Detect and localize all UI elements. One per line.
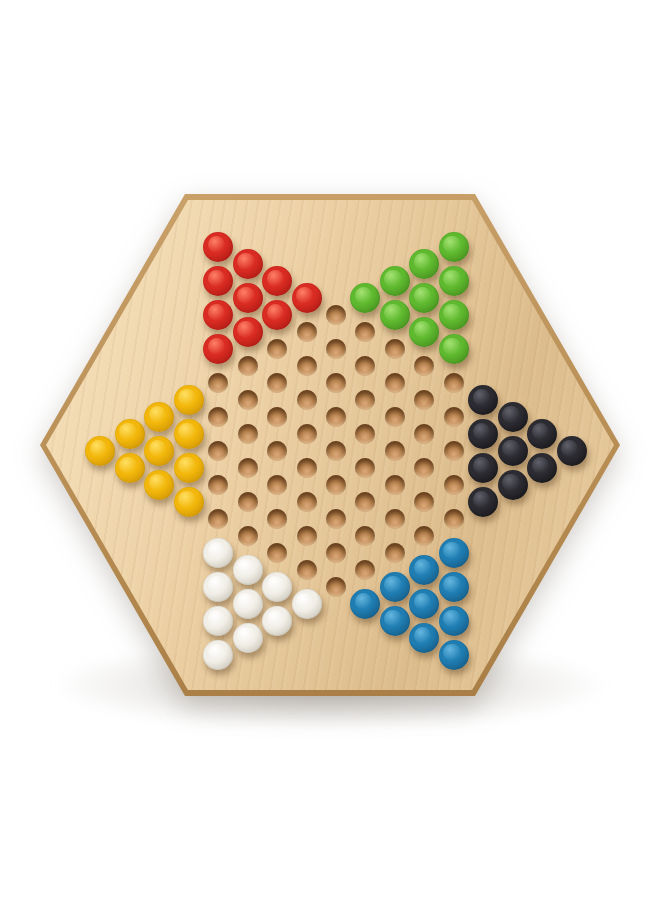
peg-yellow[interactable]: [174, 419, 204, 449]
peg-head: [384, 270, 401, 287]
board-hole[interactable]: [238, 424, 258, 444]
peg-head: [178, 423, 195, 440]
peg-head: [384, 304, 401, 321]
board-hole[interactable]: [355, 492, 375, 512]
board-hole[interactable]: [326, 509, 346, 529]
board-hole[interactable]: [267, 407, 287, 427]
peg-black[interactable]: [557, 436, 587, 466]
peg-blue[interactable]: [439, 538, 469, 568]
peg-head: [502, 406, 519, 423]
board-hole[interactable]: [444, 475, 464, 495]
board-hole[interactable]: [444, 441, 464, 461]
peg-head: [414, 253, 431, 270]
peg-red[interactable]: [292, 283, 322, 313]
peg-head: [443, 236, 460, 253]
board-hole[interactable]: [385, 475, 405, 495]
peg-head: [443, 610, 460, 627]
peg-white[interactable]: [262, 606, 292, 636]
peg-blue[interactable]: [409, 589, 439, 619]
peg-blue[interactable]: [409, 623, 439, 653]
board-hole[interactable]: [414, 526, 434, 546]
peg-white[interactable]: [292, 589, 322, 619]
board-hole[interactable]: [267, 543, 287, 563]
peg-head: [267, 304, 284, 321]
board-hole[interactable]: [326, 407, 346, 427]
board-hole[interactable]: [326, 373, 346, 393]
board-hole[interactable]: [326, 305, 346, 325]
board-hole[interactable]: [238, 492, 258, 512]
board-hole[interactable]: [297, 492, 317, 512]
peg-blue[interactable]: [439, 640, 469, 670]
peg-head: [208, 576, 225, 593]
peg-head: [267, 270, 284, 287]
peg-green[interactable]: [380, 266, 410, 296]
peg-green[interactable]: [409, 283, 439, 313]
board-hole[interactable]: [385, 373, 405, 393]
board-hole[interactable]: [326, 475, 346, 495]
board-hole[interactable]: [326, 441, 346, 461]
peg-head: [237, 593, 254, 610]
board-hole[interactable]: [297, 560, 317, 580]
peg-black[interactable]: [468, 419, 498, 449]
board-hole[interactable]: [414, 356, 434, 376]
peg-head: [473, 423, 490, 440]
peg-head: [208, 644, 225, 661]
peg-green[interactable]: [439, 334, 469, 364]
board-hole[interactable]: [414, 458, 434, 478]
board-hole[interactable]: [385, 543, 405, 563]
board-hole[interactable]: [208, 509, 228, 529]
chinese-checkers-board: [40, 194, 620, 696]
board-hole[interactable]: [238, 526, 258, 546]
peg-head: [414, 287, 431, 304]
peg-head: [473, 457, 490, 474]
peg-head: [355, 287, 372, 304]
peg-red[interactable]: [233, 249, 263, 279]
peg-blue[interactable]: [439, 606, 469, 636]
peg-head: [237, 627, 254, 644]
peg-head: [414, 627, 431, 644]
peg-black[interactable]: [468, 453, 498, 483]
peg-white[interactable]: [203, 538, 233, 568]
peg-head: [90, 440, 107, 457]
peg-yellow[interactable]: [85, 436, 115, 466]
peg-head: [119, 457, 136, 474]
peg-head: [119, 423, 136, 440]
peg-green[interactable]: [350, 283, 380, 313]
board-hole[interactable]: [385, 509, 405, 529]
peg-blue[interactable]: [439, 572, 469, 602]
board-hole[interactable]: [267, 475, 287, 495]
peg-red[interactable]: [233, 283, 263, 313]
board-hole[interactable]: [355, 458, 375, 478]
peg-head: [443, 542, 460, 559]
peg-white[interactable]: [262, 572, 292, 602]
peg-yellow[interactable]: [174, 385, 204, 415]
peg-head: [384, 610, 401, 627]
peg-head: [355, 593, 372, 610]
peg-blue[interactable]: [380, 572, 410, 602]
board-hole[interactable]: [355, 560, 375, 580]
peg-head: [473, 389, 490, 406]
peg-blue[interactable]: [350, 589, 380, 619]
board-hole[interactable]: [208, 441, 228, 461]
peg-head: [237, 253, 254, 270]
board-hole[interactable]: [297, 424, 317, 444]
peg-green[interactable]: [409, 249, 439, 279]
board-hole[interactable]: [355, 390, 375, 410]
peg-head: [414, 559, 431, 576]
board-hole[interactable]: [385, 441, 405, 461]
peg-red[interactable]: [262, 266, 292, 296]
board-hole[interactable]: [414, 390, 434, 410]
peg-black[interactable]: [468, 385, 498, 415]
peg-red[interactable]: [203, 334, 233, 364]
peg-white[interactable]: [233, 623, 263, 653]
board-wood-surface: [46, 200, 614, 690]
peg-yellow[interactable]: [174, 487, 204, 517]
peg-black[interactable]: [527, 419, 557, 449]
peg-yellow[interactable]: [115, 419, 145, 449]
board-hole[interactable]: [414, 424, 434, 444]
board-hole[interactable]: [355, 322, 375, 342]
board-hole[interactable]: [208, 475, 228, 495]
board-hole[interactable]: [297, 390, 317, 410]
peg-red[interactable]: [262, 300, 292, 330]
board-hole[interactable]: [208, 407, 228, 427]
peg-yellow[interactable]: [144, 470, 174, 500]
peg-head: [178, 389, 195, 406]
peg-head: [384, 576, 401, 593]
peg-head: [208, 304, 225, 321]
board-hole[interactable]: [326, 339, 346, 359]
peg-head: [561, 440, 578, 457]
peg-head: [414, 593, 431, 610]
board-hole[interactable]: [385, 339, 405, 359]
peg-green[interactable]: [439, 266, 469, 296]
peg-green[interactable]: [409, 317, 439, 347]
peg-blue[interactable]: [380, 606, 410, 636]
peg-head: [208, 610, 225, 627]
peg-head: [443, 270, 460, 287]
peg-red[interactable]: [203, 266, 233, 296]
board-hole[interactable]: [297, 526, 317, 546]
peg-head: [443, 338, 460, 355]
peg-green[interactable]: [439, 232, 469, 262]
peg-black[interactable]: [527, 453, 557, 483]
peg-head: [267, 576, 284, 593]
peg-head: [296, 287, 313, 304]
peg-white[interactable]: [203, 606, 233, 636]
peg-head: [149, 406, 166, 423]
peg-head: [178, 457, 195, 474]
peg-green[interactable]: [380, 300, 410, 330]
peg-white[interactable]: [233, 589, 263, 619]
peg-red[interactable]: [203, 232, 233, 262]
peg-black[interactable]: [498, 470, 528, 500]
board-hole[interactable]: [297, 356, 317, 376]
peg-head: [502, 474, 519, 491]
peg-black[interactable]: [468, 487, 498, 517]
board-hole[interactable]: [267, 339, 287, 359]
peg-head: [443, 304, 460, 321]
peg-blue[interactable]: [409, 555, 439, 585]
peg-head: [178, 491, 195, 508]
peg-yellow[interactable]: [144, 436, 174, 466]
peg-black[interactable]: [498, 402, 528, 432]
peg-head: [237, 559, 254, 576]
peg-red[interactable]: [203, 300, 233, 330]
peg-head: [208, 542, 225, 559]
peg-head: [502, 440, 519, 457]
peg-head: [237, 287, 254, 304]
board-hole[interactable]: [444, 373, 464, 393]
peg-yellow[interactable]: [115, 453, 145, 483]
peg-head: [532, 423, 549, 440]
board-hole[interactable]: [297, 458, 317, 478]
peg-black[interactable]: [498, 436, 528, 466]
board-hole[interactable]: [355, 526, 375, 546]
peg-head: [473, 491, 490, 508]
peg-head: [267, 610, 284, 627]
peg-green[interactable]: [439, 300, 469, 330]
peg-white[interactable]: [203, 640, 233, 670]
product-photo-scene: [0, 0, 660, 900]
board-hole[interactable]: [297, 322, 317, 342]
peg-head: [414, 321, 431, 338]
board-hole[interactable]: [444, 407, 464, 427]
board-hole[interactable]: [267, 373, 287, 393]
peg-yellow[interactable]: [174, 453, 204, 483]
board-hole[interactable]: [326, 543, 346, 563]
peg-yellow[interactable]: [144, 402, 174, 432]
peg-red[interactable]: [233, 317, 263, 347]
peg-head: [296, 593, 313, 610]
board-hole[interactable]: [355, 356, 375, 376]
peg-head: [208, 270, 225, 287]
peg-head: [149, 440, 166, 457]
peg-head: [443, 576, 460, 593]
board-hole[interactable]: [208, 373, 228, 393]
peg-white[interactable]: [233, 555, 263, 585]
board-hole[interactable]: [326, 577, 346, 597]
peg-white[interactable]: [203, 572, 233, 602]
peg-head: [208, 236, 225, 253]
board-hole[interactable]: [238, 390, 258, 410]
board-hole[interactable]: [238, 356, 258, 376]
peg-head: [443, 644, 460, 661]
peg-head: [208, 338, 225, 355]
board-hole[interactable]: [267, 441, 287, 461]
peg-head: [149, 474, 166, 491]
peg-head: [532, 457, 549, 474]
board-hole[interactable]: [355, 424, 375, 444]
board-hole[interactable]: [385, 407, 405, 427]
board-hole[interactable]: [238, 458, 258, 478]
peg-head: [237, 321, 254, 338]
board-hole[interactable]: [414, 492, 434, 512]
board-hole[interactable]: [444, 509, 464, 529]
board-hole[interactable]: [267, 509, 287, 529]
